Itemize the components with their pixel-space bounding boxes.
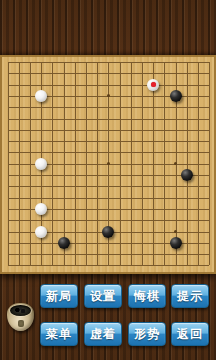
white-stone (35, 158, 47, 170)
white-stone (35, 226, 47, 238)
grid-line-vertical (131, 62, 132, 265)
white-stone (35, 90, 47, 102)
settings-button[interactable]: 设置 (84, 284, 122, 308)
grid-line-horizontal (8, 265, 210, 266)
stone-bowl-mark (18, 320, 24, 327)
grid-line-horizontal (8, 220, 210, 221)
grid-line-horizontal (8, 175, 210, 176)
black-stone (170, 237, 182, 249)
white-stone (35, 203, 47, 215)
hint-button[interactable]: 提示 (171, 284, 209, 308)
grid-line-vertical (187, 62, 188, 265)
star-point (107, 162, 110, 165)
grid-line-horizontal (8, 186, 210, 187)
grid-line-horizontal (8, 254, 210, 255)
grid-line-vertical (120, 62, 121, 265)
grid-line-vertical (198, 62, 199, 265)
back-button[interactable]: 返回 (171, 322, 209, 346)
menu-button[interactable]: 菜单 (40, 322, 78, 346)
territory-button[interactable]: 形势 (128, 322, 166, 346)
grid-line-vertical (142, 62, 143, 265)
pass-button[interactable]: 虚着 (84, 322, 122, 346)
stone-bowl-icon (7, 303, 34, 331)
last-move-marker (151, 82, 156, 87)
undo-button[interactable]: 悔棋 (128, 284, 166, 308)
star-point (107, 94, 110, 97)
new-game-button[interactable]: 新局 (40, 284, 78, 308)
grid-line-horizontal (8, 198, 210, 199)
stone-bowl-opening (10, 305, 31, 316)
go-board[interactable] (0, 55, 216, 274)
app-screen: 新局 设置 悔棋 提示 菜单 虚着 形势 返回 (0, 0, 216, 360)
star-point (174, 162, 177, 165)
grid-line-vertical (164, 62, 165, 265)
grid-line-vertical (153, 62, 154, 265)
black-stone (181, 169, 193, 181)
black-stone (58, 237, 70, 249)
black-stone (102, 226, 114, 238)
black-stone (170, 90, 182, 102)
grid-line-vertical (209, 62, 210, 265)
star-point (174, 230, 177, 233)
